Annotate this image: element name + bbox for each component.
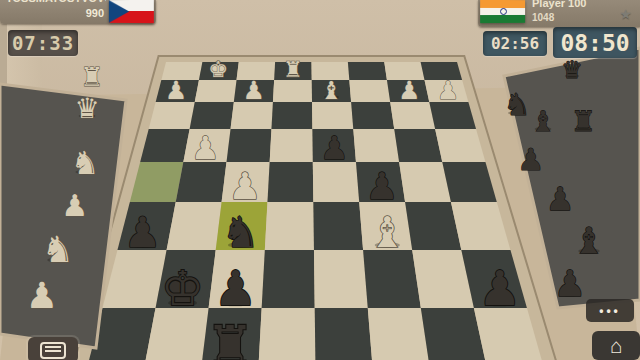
captured-white-q-1[interactable]: ♛: [74, 92, 99, 125]
square-c7[interactable]: [363, 250, 421, 308]
piece-b-r-f8[interactable]: ♜: [205, 314, 254, 360]
player-name-right-clipped: Player 100: [532, 0, 612, 11]
player-rating-right: 1048: [532, 12, 554, 23]
square-d5[interactable]: [313, 162, 359, 202]
czech-flag-icon: [109, 0, 154, 23]
piece-b-p-a7[interactable]: ♟: [478, 260, 521, 316]
square-b4[interactable]: [394, 129, 442, 162]
piece-b-p-c5[interactable]: ♟: [365, 165, 398, 208]
piece-w-p-h2[interactable]: ♟: [165, 76, 187, 105]
square-e6[interactable]: [265, 202, 314, 250]
captured-black-p-7[interactable]: ♟: [554, 263, 586, 304]
square-f4[interactable]: [226, 129, 271, 162]
player-name-right: Player 100: [532, 0, 612, 10]
square-g2[interactable]: [195, 80, 237, 102]
square-d3[interactable]: [312, 102, 353, 129]
square-c4[interactable]: [353, 129, 399, 162]
player-name-left-clipped: TOSSMATOSTVOVO: [6, 0, 106, 6]
square-e8[interactable]: [258, 308, 315, 360]
square-d7[interactable]: [314, 250, 368, 308]
captured-black-n-1[interactable]: ♞: [504, 87, 531, 122]
captured-white-p-5[interactable]: ♟: [26, 275, 58, 316]
square-g5[interactable]: [176, 162, 227, 202]
move-clock: 02:56: [483, 31, 547, 56]
square-c3[interactable]: [351, 102, 394, 129]
square-b5[interactable]: [399, 162, 451, 202]
captured-black-p-5[interactable]: ♟: [546, 180, 575, 218]
square-c1[interactable]: [348, 62, 387, 80]
square-e4[interactable]: [270, 129, 313, 162]
star-icon: ★: [619, 6, 632, 22]
piece-w-b-c6[interactable]: ♝: [368, 208, 406, 257]
captured-black-b-2[interactable]: ♝: [530, 105, 555, 138]
captured-white-r-0[interactable]: ♜: [80, 62, 103, 92]
piece-w-k-g1[interactable]: ♚: [208, 57, 228, 82]
black-clock: 08:50: [553, 27, 637, 58]
captured-black-b-6[interactable]: ♝: [573, 220, 605, 261]
piece-w-p-a2[interactable]: ♟: [437, 76, 459, 105]
square-f3[interactable]: [231, 102, 273, 129]
square-e3[interactable]: [271, 102, 312, 129]
square-d8[interactable]: [315, 308, 373, 360]
square-c2[interactable]: [349, 80, 390, 102]
square-d6[interactable]: [313, 202, 363, 250]
square-g3[interactable]: [190, 102, 234, 129]
piece-b-p-d4[interactable]: ♟: [320, 129, 349, 167]
player-rating-left: 990: [86, 7, 104, 19]
piece-b-n-f6[interactable]: ♞: [222, 208, 260, 257]
square-e2[interactable]: [273, 80, 312, 102]
home-button[interactable]: ⌂: [592, 331, 640, 360]
piece-w-p-g4[interactable]: ♟: [191, 129, 220, 167]
player-name-left: TOSSMATOSTVOVO: [6, 0, 106, 5]
square-c8[interactable]: [368, 308, 430, 360]
captured-black-r-3[interactable]: ♜: [570, 105, 595, 138]
captured-black-q-0[interactable]: ♛: [561, 56, 583, 84]
chess-app-screen: ♚♜♟♟♝♟♟♟♟♟♟♟♞♝♚♟♟♜♜♛♞♟♞♟♛♞♝♜♟♟♝♟ TOSSMAT…: [0, 0, 640, 360]
captured-black-p-4[interactable]: ♟: [518, 142, 545, 177]
piece-w-r-e1[interactable]: ♜: [283, 57, 303, 82]
square-g6[interactable]: [167, 202, 222, 250]
white-clock: 07:33: [8, 30, 78, 56]
captured-white-n-2[interactable]: ♞: [71, 144, 100, 182]
piece-w-p-f2[interactable]: ♟: [242, 76, 264, 105]
piece-w-p-b2[interactable]: ♟: [398, 76, 420, 105]
square-h4[interactable]: [140, 129, 189, 162]
chat-icon: [40, 342, 66, 359]
piece-b-k-g7[interactable]: ♚: [161, 260, 204, 316]
chat-button[interactable]: [28, 337, 78, 360]
india-flag-icon: [480, 0, 525, 23]
piece-w-b-d2[interactable]: ♝: [320, 76, 342, 105]
square-h3[interactable]: [149, 102, 195, 129]
captured-white-n-4[interactable]: ♞: [42, 229, 74, 270]
square-e7[interactable]: [262, 250, 315, 308]
piece-b-p-h6[interactable]: ♟: [124, 208, 162, 257]
square-a3[interactable]: [429, 102, 476, 129]
piece-w-p-f5[interactable]: ♟: [228, 165, 261, 208]
square-e5[interactable]: [267, 162, 313, 202]
square-b3[interactable]: [390, 102, 435, 129]
more-options-button[interactable]: •••: [586, 299, 634, 322]
piece-b-p-f7[interactable]: ♟: [214, 260, 257, 316]
captured-white-p-3[interactable]: ♟: [62, 188, 89, 223]
